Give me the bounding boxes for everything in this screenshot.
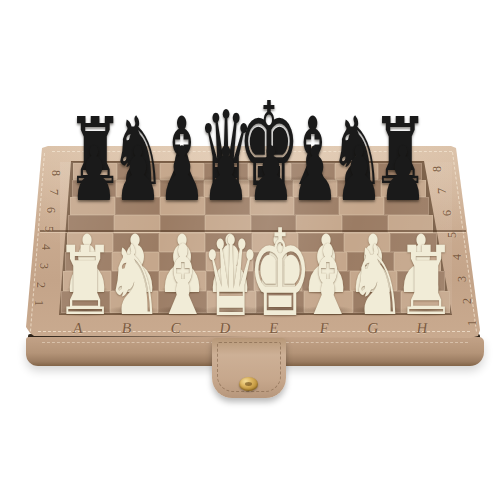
rank-label-left-5: 5	[40, 226, 55, 232]
square-a2	[63, 271, 111, 291]
square-f4	[298, 233, 344, 252]
square-d2	[206, 271, 254, 291]
rank-label-left-1: 1	[30, 300, 45, 306]
square-g3	[347, 252, 394, 271]
rank-label-left-4: 4	[38, 244, 53, 250]
square-e2	[254, 271, 302, 291]
board-row-rank-8	[73, 163, 422, 180]
board-row-rank-3	[65, 252, 441, 271]
chess-set-product-photo: ABCDEFGH8765432187654321 ♜♞♝♛♚♝♞♜♟♟♟♟♟♟♟…	[0, 0, 500, 500]
board-row-rank-7	[72, 180, 426, 197]
square-h4	[390, 233, 436, 252]
square-c1	[158, 291, 207, 313]
board-row-rank-1	[61, 291, 450, 313]
square-c2	[159, 271, 207, 291]
stitching	[52, 151, 452, 152]
square-d7	[204, 180, 248, 197]
square-b1	[110, 291, 159, 313]
square-c8	[160, 163, 204, 180]
rank-label-right-6: 6	[440, 210, 455, 216]
rank-label-right-5: 5	[445, 232, 460, 238]
file-label-a: A	[71, 320, 84, 337]
rank-label-right-2: 2	[460, 298, 475, 304]
file-label-f: F	[318, 320, 329, 337]
rank-label-left-7: 7	[45, 189, 60, 195]
square-d8	[204, 163, 248, 180]
square-b8	[117, 163, 161, 180]
square-b2	[111, 271, 159, 291]
square-h7	[381, 180, 425, 197]
square-h1	[401, 291, 450, 313]
square-b7	[116, 180, 160, 197]
square-f6	[294, 197, 339, 215]
square-g6	[339, 197, 384, 215]
square-c3	[159, 252, 206, 271]
rank-label-left-3: 3	[35, 263, 50, 269]
square-e6	[250, 197, 295, 215]
rank-label-right-3: 3	[455, 276, 470, 282]
rank-label-right-1: 1	[465, 320, 480, 326]
square-h3	[394, 252, 441, 271]
square-g4	[344, 233, 390, 252]
square-h6	[384, 197, 429, 215]
square-a3	[65, 252, 112, 271]
stitching	[38, 331, 470, 332]
board-row-rank-2	[63, 271, 445, 291]
rank-label-right-4: 4	[450, 254, 465, 260]
fold-seam-highlight	[40, 232, 466, 233]
file-label-g: G	[366, 320, 379, 337]
square-a7	[72, 180, 116, 197]
file-label-h: H	[415, 320, 428, 337]
square-f3	[300, 252, 347, 271]
square-e8	[248, 163, 292, 180]
square-e3	[253, 252, 300, 271]
square-h8	[378, 163, 422, 180]
rank-label-right-7: 7	[435, 188, 450, 194]
square-f7	[293, 180, 337, 197]
square-c7	[160, 180, 204, 197]
board-row-rank-4	[67, 233, 437, 252]
square-f2	[302, 271, 350, 291]
square-e1	[256, 291, 305, 313]
square-d3	[206, 252, 253, 271]
snap-button	[239, 377, 258, 391]
square-g1	[353, 291, 402, 313]
square-a4	[67, 233, 113, 252]
square-d4	[205, 233, 251, 252]
square-d1	[207, 291, 256, 313]
rank-label-left-6: 6	[43, 207, 58, 213]
rank-label-right-8: 8	[430, 166, 445, 172]
square-h2	[397, 271, 445, 291]
square-g2	[350, 271, 398, 291]
square-a6	[70, 197, 115, 215]
rank-label-left-2: 2	[33, 282, 48, 288]
square-c6	[160, 197, 205, 215]
square-b3	[112, 252, 159, 271]
square-c4	[159, 233, 205, 252]
square-d6	[205, 197, 250, 215]
square-e4	[252, 233, 298, 252]
square-g7	[337, 180, 381, 197]
square-b4	[113, 233, 159, 252]
board-row-rank-6	[70, 197, 429, 215]
square-a8	[73, 163, 117, 180]
square-f1	[304, 291, 353, 313]
square-b6	[115, 197, 160, 215]
square-g8	[335, 163, 379, 180]
rank-label-left-8: 8	[48, 170, 63, 176]
square-f8	[291, 163, 335, 180]
square-a1	[61, 291, 110, 313]
square-e7	[249, 180, 293, 197]
